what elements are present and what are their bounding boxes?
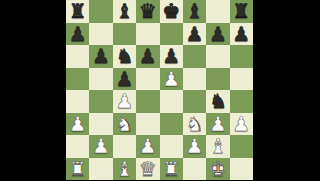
square-f4[interactable] bbox=[183, 90, 206, 113]
square-d6[interactable]: ♟ bbox=[136, 45, 159, 68]
piece-white-king[interactable]: ♚ bbox=[209, 158, 227, 178]
square-e7[interactable] bbox=[160, 23, 183, 46]
piece-black-rook[interactable]: ♜ bbox=[232, 1, 250, 21]
piece-black-pawn[interactable]: ♟ bbox=[69, 23, 87, 43]
square-g1[interactable]: ♚ bbox=[206, 158, 229, 181]
square-g2[interactable]: ♝ bbox=[206, 135, 229, 158]
piece-black-pawn[interactable]: ♟ bbox=[139, 46, 157, 66]
piece-black-knight[interactable]: ♞ bbox=[209, 91, 227, 111]
square-g7[interactable]: ♟ bbox=[206, 23, 229, 46]
square-c6[interactable]: ♞ bbox=[113, 45, 136, 68]
square-d5[interactable] bbox=[136, 68, 159, 91]
square-h6[interactable] bbox=[230, 45, 253, 68]
square-b8[interactable] bbox=[89, 0, 112, 23]
square-e3[interactable] bbox=[160, 113, 183, 136]
square-e1[interactable]: ♜ bbox=[160, 158, 183, 181]
square-b7[interactable] bbox=[89, 23, 112, 46]
piece-black-queen[interactable]: ♛ bbox=[139, 1, 157, 21]
square-b2[interactable]: ♟ bbox=[89, 135, 112, 158]
letterbox-left bbox=[0, 0, 66, 180]
piece-white-pawn[interactable]: ♟ bbox=[69, 113, 87, 133]
square-f8[interactable]: ♝ bbox=[183, 0, 206, 23]
square-a2[interactable] bbox=[66, 135, 89, 158]
square-h4[interactable] bbox=[230, 90, 253, 113]
video-frame: ♜♝♛♚♝♜♟♟♟♟♟♞♟♟♟♟♟♞♟♞♞♟♟♟♟♟♝♜♝♛♜♚ bbox=[0, 0, 320, 180]
square-a6[interactable] bbox=[66, 45, 89, 68]
piece-black-pawn[interactable]: ♟ bbox=[186, 23, 204, 43]
piece-white-bishop[interactable]: ♝ bbox=[209, 136, 227, 156]
square-b5[interactable] bbox=[89, 68, 112, 91]
square-a8[interactable]: ♜ bbox=[66, 0, 89, 23]
piece-white-pawn[interactable]: ♟ bbox=[232, 113, 250, 133]
square-e5[interactable]: ♟ bbox=[160, 68, 183, 91]
piece-black-bishop[interactable]: ♝ bbox=[115, 1, 133, 21]
square-h1[interactable] bbox=[230, 158, 253, 181]
square-g4[interactable]: ♞ bbox=[206, 90, 229, 113]
square-d1[interactable]: ♛ bbox=[136, 158, 159, 181]
square-b3[interactable] bbox=[89, 113, 112, 136]
square-h5[interactable] bbox=[230, 68, 253, 91]
square-d7[interactable] bbox=[136, 23, 159, 46]
square-f3[interactable]: ♞ bbox=[183, 113, 206, 136]
square-h8[interactable]: ♜ bbox=[230, 0, 253, 23]
square-c2[interactable] bbox=[113, 135, 136, 158]
piece-white-pawn[interactable]: ♟ bbox=[139, 136, 157, 156]
square-a1[interactable]: ♜ bbox=[66, 158, 89, 181]
piece-white-bishop[interactable]: ♝ bbox=[115, 158, 133, 178]
square-f5[interactable] bbox=[183, 68, 206, 91]
square-b1[interactable] bbox=[89, 158, 112, 181]
square-c5[interactable]: ♟ bbox=[113, 68, 136, 91]
square-c4[interactable]: ♟ bbox=[113, 90, 136, 113]
square-e8[interactable]: ♚ bbox=[160, 0, 183, 23]
square-e6[interactable]: ♟ bbox=[160, 45, 183, 68]
square-g8[interactable] bbox=[206, 0, 229, 23]
piece-white-pawn[interactable]: ♟ bbox=[209, 113, 227, 133]
piece-white-knight[interactable]: ♞ bbox=[186, 113, 204, 133]
piece-white-rook[interactable]: ♜ bbox=[162, 158, 180, 178]
piece-black-king[interactable]: ♚ bbox=[162, 1, 180, 21]
piece-black-bishop[interactable]: ♝ bbox=[186, 1, 204, 21]
piece-white-pawn[interactable]: ♟ bbox=[92, 136, 110, 156]
square-g5[interactable] bbox=[206, 68, 229, 91]
square-c1[interactable]: ♝ bbox=[113, 158, 136, 181]
square-b4[interactable] bbox=[89, 90, 112, 113]
square-f1[interactable] bbox=[183, 158, 206, 181]
piece-black-pawn[interactable]: ♟ bbox=[115, 68, 133, 88]
piece-white-knight[interactable]: ♞ bbox=[115, 113, 133, 133]
square-c8[interactable]: ♝ bbox=[113, 0, 136, 23]
letterbox-right bbox=[253, 0, 320, 180]
piece-white-queen[interactable]: ♛ bbox=[139, 158, 157, 178]
square-f2[interactable]: ♟ bbox=[183, 135, 206, 158]
square-d2[interactable]: ♟ bbox=[136, 135, 159, 158]
square-a3[interactable]: ♟ bbox=[66, 113, 89, 136]
chess-board: ♜♝♛♚♝♜♟♟♟♟♟♞♟♟♟♟♟♞♟♞♞♟♟♟♟♟♝♜♝♛♜♚ bbox=[66, 0, 253, 180]
piece-black-pawn[interactable]: ♟ bbox=[162, 46, 180, 66]
square-g6[interactable] bbox=[206, 45, 229, 68]
square-f6[interactable] bbox=[183, 45, 206, 68]
square-e2[interactable] bbox=[160, 135, 183, 158]
piece-black-pawn[interactable]: ♟ bbox=[209, 23, 227, 43]
square-h7[interactable]: ♟ bbox=[230, 23, 253, 46]
piece-black-rook[interactable]: ♜ bbox=[69, 1, 87, 21]
square-h3[interactable]: ♟ bbox=[230, 113, 253, 136]
square-b6[interactable]: ♟ bbox=[89, 45, 112, 68]
square-a7[interactable]: ♟ bbox=[66, 23, 89, 46]
square-a4[interactable] bbox=[66, 90, 89, 113]
piece-black-knight[interactable]: ♞ bbox=[115, 46, 133, 66]
piece-white-rook[interactable]: ♜ bbox=[69, 158, 87, 178]
square-f7[interactable]: ♟ bbox=[183, 23, 206, 46]
square-a5[interactable] bbox=[66, 68, 89, 91]
piece-white-pawn[interactable]: ♟ bbox=[162, 68, 180, 88]
square-e4[interactable] bbox=[160, 90, 183, 113]
square-c3[interactable]: ♞ bbox=[113, 113, 136, 136]
square-g3[interactable]: ♟ bbox=[206, 113, 229, 136]
piece-black-pawn[interactable]: ♟ bbox=[92, 46, 110, 66]
square-d8[interactable]: ♛ bbox=[136, 0, 159, 23]
square-d4[interactable] bbox=[136, 90, 159, 113]
piece-black-pawn[interactable]: ♟ bbox=[232, 23, 250, 43]
square-h2[interactable] bbox=[230, 135, 253, 158]
square-d3[interactable] bbox=[136, 113, 159, 136]
square-c7[interactable] bbox=[113, 23, 136, 46]
piece-white-pawn[interactable]: ♟ bbox=[115, 91, 133, 111]
piece-white-pawn[interactable]: ♟ bbox=[186, 136, 204, 156]
